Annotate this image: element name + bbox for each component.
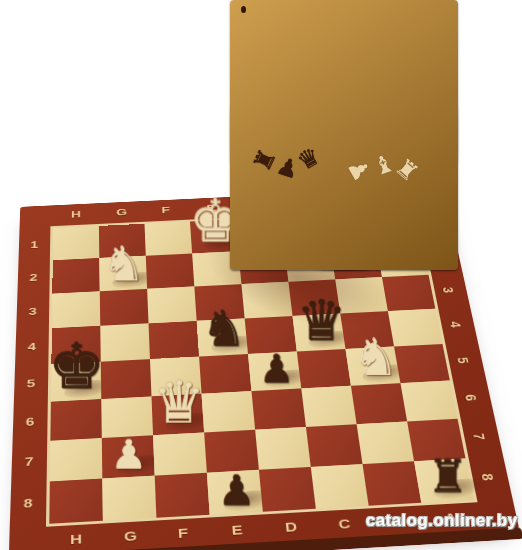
rank-label-left-1: 1 bbox=[30, 239, 38, 251]
square-f8 bbox=[155, 473, 210, 518]
rank-label-left-4: 4 bbox=[27, 340, 36, 353]
rank-label-right-8: 8 bbox=[478, 473, 497, 481]
square-h2 bbox=[52, 258, 99, 294]
square-c6 bbox=[301, 386, 356, 427]
white-knight: ♞ bbox=[102, 240, 145, 288]
black-rook: ♜ bbox=[427, 454, 468, 499]
square-c5 bbox=[297, 349, 351, 388]
rank-label-right-3: 3 bbox=[439, 287, 456, 294]
rank-label-left-7: 7 bbox=[24, 454, 33, 469]
square-a8: ♜ bbox=[414, 458, 474, 502]
square-f6: ♛ bbox=[151, 394, 204, 435]
rank-label-left-6: 6 bbox=[26, 414, 35, 428]
square-e4: ♞ bbox=[197, 318, 248, 356]
file-label-top-H: H bbox=[71, 208, 81, 219]
square-b7 bbox=[357, 421, 414, 464]
file-label-bottom-D: D bbox=[284, 519, 297, 535]
square-g5 bbox=[101, 359, 152, 399]
square-d7 bbox=[255, 427, 311, 470]
black-pawn: ♟ bbox=[259, 350, 294, 389]
file-label-top-G: G bbox=[116, 206, 127, 217]
product-photo: ♚♞♞♛♚♟♞♛♟♟♜ HHGGFFEEDDCCBBAA112233445566… bbox=[0, 0, 522, 550]
square-f2 bbox=[146, 253, 195, 288]
square-b8 bbox=[363, 461, 422, 506]
square-h7 bbox=[50, 438, 102, 481]
square-g4 bbox=[100, 323, 150, 361]
black-pawn: ♟ bbox=[218, 470, 255, 511]
right-tray-piece: ♜ bbox=[391, 154, 423, 186]
rank-label-left-5: 5 bbox=[27, 376, 36, 389]
white-pawn: ♟ bbox=[110, 435, 146, 476]
file-label-bottom-E: E bbox=[231, 522, 243, 538]
box-piece-trays: ♜♟♛♟♝♜ bbox=[230, 0, 458, 270]
rank-label-left-8: 8 bbox=[23, 495, 32, 510]
square-h6 bbox=[50, 399, 101, 441]
black-king: ♚ bbox=[48, 335, 105, 399]
file-label-top-E: E bbox=[206, 202, 216, 213]
file-label-bottom-C: C bbox=[337, 516, 351, 532]
square-e5 bbox=[199, 354, 251, 394]
watermark: catalog.onliner.by bbox=[366, 511, 518, 531]
square-d6 bbox=[251, 388, 305, 429]
square-h5: ♚ bbox=[51, 362, 101, 402]
file-label-bottom-G: G bbox=[124, 528, 137, 544]
square-h8 bbox=[49, 479, 103, 524]
square-g3 bbox=[100, 289, 149, 326]
rank-label-right-5: 5 bbox=[454, 357, 472, 364]
square-e8: ♟ bbox=[207, 470, 263, 515]
rank-label-right-6: 6 bbox=[462, 394, 481, 401]
square-e6 bbox=[202, 391, 256, 432]
file-label-bottom-H: H bbox=[70, 531, 82, 547]
rank-label-left-2: 2 bbox=[29, 271, 37, 283]
square-a6 bbox=[400, 381, 457, 422]
square-h1 bbox=[53, 226, 100, 260]
square-d8 bbox=[259, 467, 316, 512]
square-f4 bbox=[149, 321, 200, 359]
file-label-top-F: F bbox=[161, 204, 170, 215]
square-g8 bbox=[102, 476, 156, 521]
file-label-bottom-F: F bbox=[178, 525, 189, 541]
square-g7: ♟ bbox=[102, 435, 155, 478]
square-h3 bbox=[52, 291, 100, 328]
black-knight: ♞ bbox=[201, 304, 246, 354]
square-c7 bbox=[306, 424, 363, 467]
square-a5 bbox=[394, 344, 450, 383]
chess-box: ♜♟♛♟♝♜ bbox=[230, 0, 458, 270]
square-d5: ♟ bbox=[248, 351, 301, 391]
rank-label-left-3: 3 bbox=[28, 305, 36, 317]
square-c8 bbox=[311, 464, 369, 509]
white-queen: ♛ bbox=[152, 374, 204, 432]
square-g2: ♞ bbox=[99, 256, 147, 292]
square-f1 bbox=[144, 222, 192, 256]
square-f7 bbox=[153, 432, 207, 475]
square-f3 bbox=[147, 286, 197, 323]
rank-label-right-4: 4 bbox=[447, 321, 465, 328]
rank-label-right-7: 7 bbox=[470, 433, 489, 441]
square-b6 bbox=[351, 383, 407, 424]
square-b5: ♞ bbox=[345, 346, 400, 385]
